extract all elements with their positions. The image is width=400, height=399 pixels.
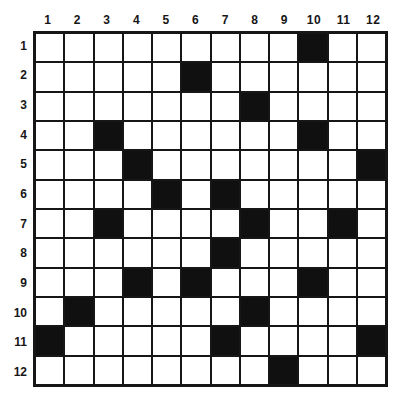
- cell-r8c2[interactable]: [65, 239, 92, 266]
- cell-r8c12[interactable]: [358, 239, 385, 266]
- cell-r8c3[interactable]: [95, 239, 122, 266]
- cell-r3c2[interactable]: [65, 93, 92, 120]
- cell-r10c4[interactable]: [124, 298, 151, 325]
- cell-r4c6[interactable]: [182, 122, 209, 149]
- cell-r12c6[interactable]: [182, 357, 209, 384]
- cell-r11c6[interactable]: [182, 327, 209, 354]
- row-label-3: 3: [6, 90, 30, 120]
- block-cell-r7c3: [95, 210, 122, 237]
- col-label-2: 2: [63, 8, 93, 28]
- cell-r8c5[interactable]: [153, 239, 180, 266]
- cell-r4c1[interactable]: [36, 122, 63, 149]
- cell-r11c3[interactable]: [95, 327, 122, 354]
- cell-r4c12[interactable]: [358, 122, 385, 149]
- cell-r7c9[interactable]: [270, 210, 297, 237]
- block-cell-r9c4: [124, 269, 151, 296]
- cell-r9c11[interactable]: [329, 269, 356, 296]
- cell-r4c11[interactable]: [329, 122, 356, 149]
- block-cell-r4c3: [95, 122, 122, 149]
- cell-r8c11[interactable]: [329, 239, 356, 266]
- cell-r11c2[interactable]: [65, 327, 92, 354]
- col-label-8: 8: [240, 8, 270, 28]
- col-label-11: 11: [329, 8, 359, 28]
- cell-r2c5[interactable]: [153, 63, 180, 90]
- block-cell-r8c7: [212, 239, 239, 266]
- cell-r9c5[interactable]: [153, 269, 180, 296]
- cell-r11c5[interactable]: [153, 327, 180, 354]
- block-cell-r11c1: [36, 327, 63, 354]
- cell-r4c8[interactable]: [241, 122, 268, 149]
- block-cell-r9c10: [299, 269, 326, 296]
- cell-r5c9[interactable]: [270, 151, 297, 178]
- cell-r12c1[interactable]: [36, 357, 63, 384]
- cell-r6c9[interactable]: [270, 181, 297, 208]
- cell-r6c1[interactable]: [36, 181, 63, 208]
- cell-r8c10[interactable]: [299, 239, 326, 266]
- cell-r1c2[interactable]: [65, 34, 92, 61]
- cell-r12c10[interactable]: [299, 357, 326, 384]
- col-label-9: 9: [270, 8, 300, 28]
- cell-r2c7[interactable]: [212, 63, 239, 90]
- cell-r6c10[interactable]: [299, 181, 326, 208]
- cell-r7c5[interactable]: [153, 210, 180, 237]
- cell-r8c4[interactable]: [124, 239, 151, 266]
- cell-r5c6[interactable]: [182, 151, 209, 178]
- cell-r9c1[interactable]: [36, 269, 63, 296]
- block-cell-r12c9: [270, 357, 297, 384]
- block-cell-r10c2: [65, 298, 92, 325]
- row-label-6: 6: [6, 179, 30, 209]
- cell-r1c3[interactable]: [95, 34, 122, 61]
- col-label-10: 10: [299, 8, 329, 28]
- cell-r9c2[interactable]: [65, 269, 92, 296]
- block-cell-r1c10: [299, 34, 326, 61]
- cell-r12c7[interactable]: [212, 357, 239, 384]
- cell-r1c12[interactable]: [358, 34, 385, 61]
- cell-r11c4[interactable]: [124, 327, 151, 354]
- cell-r7c2[interactable]: [65, 210, 92, 237]
- cell-r10c5[interactable]: [153, 298, 180, 325]
- block-cell-r3c8: [241, 93, 268, 120]
- cell-r7c4[interactable]: [124, 210, 151, 237]
- row-label-11: 11: [6, 328, 30, 358]
- cell-r3c7[interactable]: [212, 93, 239, 120]
- col-label-7: 7: [211, 8, 241, 28]
- cell-r3c4[interactable]: [124, 93, 151, 120]
- row-label-10: 10: [6, 298, 30, 328]
- cell-r9c3[interactable]: [95, 269, 122, 296]
- cell-r5c2[interactable]: [65, 151, 92, 178]
- col-label-1: 1: [33, 8, 63, 28]
- cell-r9c9[interactable]: [270, 269, 297, 296]
- block-cell-r9c6: [182, 269, 209, 296]
- cell-r3c5[interactable]: [153, 93, 180, 120]
- cell-r10c12[interactable]: [358, 298, 385, 325]
- block-cell-r5c12: [358, 151, 385, 178]
- cell-r1c11[interactable]: [329, 34, 356, 61]
- cell-r2c11[interactable]: [329, 63, 356, 90]
- cell-r8c6[interactable]: [182, 239, 209, 266]
- col-label-5: 5: [151, 8, 181, 28]
- cell-r2c9[interactable]: [270, 63, 297, 90]
- cell-r2c8[interactable]: [241, 63, 268, 90]
- cell-r7c6[interactable]: [182, 210, 209, 237]
- cell-r2c3[interactable]: [95, 63, 122, 90]
- cell-r6c2[interactable]: [65, 181, 92, 208]
- cell-r6c4[interactable]: [124, 181, 151, 208]
- col-label-6: 6: [181, 8, 211, 28]
- cell-r5c5[interactable]: [153, 151, 180, 178]
- cell-r1c4[interactable]: [124, 34, 151, 61]
- cell-r5c10[interactable]: [299, 151, 326, 178]
- cell-r10c6[interactable]: [182, 298, 209, 325]
- cell-r4c9[interactable]: [270, 122, 297, 149]
- cell-r2c12[interactable]: [358, 63, 385, 90]
- cell-r3c1[interactable]: [36, 93, 63, 120]
- cell-r8c9[interactable]: [270, 239, 297, 266]
- cell-r10c10[interactable]: [299, 298, 326, 325]
- cell-r1c8[interactable]: [241, 34, 268, 61]
- cell-r5c11[interactable]: [329, 151, 356, 178]
- cell-r10c3[interactable]: [95, 298, 122, 325]
- column-labels: 123456789101112: [33, 8, 388, 28]
- cell-r1c7[interactable]: [212, 34, 239, 61]
- row-label-2: 2: [6, 61, 30, 91]
- cell-r9c12[interactable]: [358, 269, 385, 296]
- cell-r3c6[interactable]: [182, 93, 209, 120]
- cell-r2c1[interactable]: [36, 63, 63, 90]
- cell-r7c1[interactable]: [36, 210, 63, 237]
- cell-r11c11[interactable]: [329, 327, 356, 354]
- row-label-7: 7: [6, 209, 30, 239]
- cell-r7c10[interactable]: [299, 210, 326, 237]
- cell-r8c1[interactable]: [36, 239, 63, 266]
- puzzle-grid: [33, 31, 388, 387]
- block-cell-r10c8: [241, 298, 268, 325]
- row-label-5: 5: [6, 150, 30, 180]
- block-cell-r11c7: [212, 327, 239, 354]
- cell-r12c8[interactable]: [241, 357, 268, 384]
- block-cell-r2c6: [182, 63, 209, 90]
- block-cell-r5c4: [124, 151, 151, 178]
- block-cell-r7c8: [241, 210, 268, 237]
- cell-r2c2[interactable]: [65, 63, 92, 90]
- cell-r12c11[interactable]: [329, 357, 356, 384]
- cell-r12c4[interactable]: [124, 357, 151, 384]
- row-labels: 123456789101112: [6, 31, 30, 387]
- cell-r10c9[interactable]: [270, 298, 297, 325]
- cell-r1c6[interactable]: [182, 34, 209, 61]
- cell-r10c1[interactable]: [36, 298, 63, 325]
- row-label-1: 1: [6, 31, 30, 61]
- cell-r6c12[interactable]: [358, 181, 385, 208]
- cell-r7c12[interactable]: [358, 210, 385, 237]
- cell-r4c5[interactable]: [153, 122, 180, 149]
- cell-r1c5[interactable]: [153, 34, 180, 61]
- cell-r3c9[interactable]: [270, 93, 297, 120]
- cell-r7c7[interactable]: [212, 210, 239, 237]
- cell-r12c2[interactable]: [65, 357, 92, 384]
- block-cell-r11c12: [358, 327, 385, 354]
- cell-r10c7[interactable]: [212, 298, 239, 325]
- cell-r4c2[interactable]: [65, 122, 92, 149]
- cell-r5c1[interactable]: [36, 151, 63, 178]
- cell-r6c3[interactable]: [95, 181, 122, 208]
- cell-r5c8[interactable]: [241, 151, 268, 178]
- block-cell-r7c11: [329, 210, 356, 237]
- cell-r1c9[interactable]: [270, 34, 297, 61]
- cell-r9c8[interactable]: [241, 269, 268, 296]
- col-label-12: 12: [358, 8, 388, 28]
- row-label-4: 4: [6, 120, 30, 150]
- cell-r4c4[interactable]: [124, 122, 151, 149]
- cell-r10c11[interactable]: [329, 298, 356, 325]
- cell-r9c7[interactable]: [212, 269, 239, 296]
- cell-r3c10[interactable]: [299, 93, 326, 120]
- cell-r3c11[interactable]: [329, 93, 356, 120]
- cell-r12c12[interactable]: [358, 357, 385, 384]
- cell-r2c10[interactable]: [299, 63, 326, 90]
- cell-r6c11[interactable]: [329, 181, 356, 208]
- col-label-3: 3: [92, 8, 122, 28]
- cell-r6c6[interactable]: [182, 181, 209, 208]
- cell-r11c10[interactable]: [299, 327, 326, 354]
- puzzle-page: 123456789101112 123456789101112: [0, 0, 400, 399]
- row-label-12: 12: [6, 357, 30, 387]
- cell-r3c3[interactable]: [95, 93, 122, 120]
- row-label-8: 8: [6, 239, 30, 269]
- block-cell-r4c10: [299, 122, 326, 149]
- block-cell-r6c7: [212, 181, 239, 208]
- cell-r3c12[interactable]: [358, 93, 385, 120]
- cell-r5c7[interactable]: [212, 151, 239, 178]
- cell-r11c8[interactable]: [241, 327, 268, 354]
- col-label-4: 4: [122, 8, 152, 28]
- cell-r2c4[interactable]: [124, 63, 151, 90]
- cell-r4c7[interactable]: [212, 122, 239, 149]
- cell-r11c9[interactable]: [270, 327, 297, 354]
- cell-r12c3[interactable]: [95, 357, 122, 384]
- block-cell-r6c5: [153, 181, 180, 208]
- row-label-9: 9: [6, 268, 30, 298]
- cell-r12c5[interactable]: [153, 357, 180, 384]
- cell-r6c8[interactable]: [241, 181, 268, 208]
- cell-r5c3[interactable]: [95, 151, 122, 178]
- cell-r1c1[interactable]: [36, 34, 63, 61]
- cell-r8c8[interactable]: [241, 239, 268, 266]
